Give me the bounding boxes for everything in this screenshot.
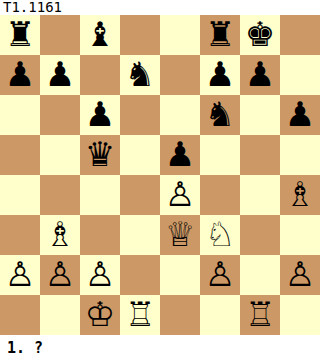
square-c2[interactable]: ♙ <box>80 255 120 295</box>
square-b8[interactable] <box>40 15 80 55</box>
piece-white-pawn[interactable]: ♙ <box>205 254 235 294</box>
square-d4[interactable] <box>120 175 160 215</box>
square-g1[interactable]: ♖ <box>240 295 280 335</box>
square-d5[interactable] <box>120 135 160 175</box>
square-h6[interactable]: ♟ <box>280 95 320 135</box>
square-b3[interactable]: ♗ <box>40 215 80 255</box>
square-d1[interactable]: ♖ <box>120 295 160 335</box>
square-c6[interactable]: ♟ <box>80 95 120 135</box>
square-e5[interactable]: ♟ <box>160 135 200 175</box>
piece-white-pawn[interactable]: ♙ <box>165 174 195 214</box>
piece-white-pawn[interactable]: ♙ <box>45 254 75 294</box>
piece-black-king[interactable]: ♚ <box>245 14 275 54</box>
square-e8[interactable] <box>160 15 200 55</box>
square-c8[interactable]: ♝ <box>80 15 120 55</box>
square-f7[interactable]: ♟ <box>200 55 240 95</box>
square-b4[interactable] <box>40 175 80 215</box>
piece-black-queen[interactable]: ♛ <box>85 134 115 174</box>
square-g6[interactable] <box>240 95 280 135</box>
square-g2[interactable] <box>240 255 280 295</box>
piece-white-pawn[interactable]: ♙ <box>85 254 115 294</box>
square-a7[interactable]: ♟ <box>0 55 40 95</box>
piece-white-bishop[interactable]: ♗ <box>285 174 315 214</box>
square-c1[interactable]: ♔ <box>80 295 120 335</box>
square-a1[interactable] <box>0 295 40 335</box>
square-f1[interactable] <box>200 295 240 335</box>
square-a3[interactable] <box>0 215 40 255</box>
square-e1[interactable] <box>160 295 200 335</box>
square-e6[interactable] <box>160 95 200 135</box>
square-e7[interactable] <box>160 55 200 95</box>
piece-black-rook[interactable]: ♜ <box>205 14 235 54</box>
square-f8[interactable]: ♜ <box>200 15 240 55</box>
piece-black-bishop[interactable]: ♝ <box>85 14 115 54</box>
square-h7[interactable] <box>280 55 320 95</box>
square-a5[interactable] <box>0 135 40 175</box>
square-f5[interactable] <box>200 135 240 175</box>
square-f4[interactable] <box>200 175 240 215</box>
square-f6[interactable]: ♞ <box>200 95 240 135</box>
square-a4[interactable] <box>0 175 40 215</box>
square-h5[interactable] <box>280 135 320 175</box>
square-b5[interactable] <box>40 135 80 175</box>
square-f3[interactable]: ♘ <box>200 215 240 255</box>
square-d6[interactable] <box>120 95 160 135</box>
square-g8[interactable]: ♚ <box>240 15 280 55</box>
piece-black-rook[interactable]: ♜ <box>5 14 35 54</box>
piece-white-pawn[interactable]: ♙ <box>5 254 35 294</box>
piece-black-pawn[interactable]: ♟ <box>285 94 315 134</box>
square-a6[interactable] <box>0 95 40 135</box>
piece-white-king[interactable]: ♔ <box>85 294 115 334</box>
square-d2[interactable] <box>120 255 160 295</box>
chess-board: ♜♝♜♚♟♟♞♟♟♟♞♟♛♟♙♗♗♕♘♙♙♙♙♙♔♖♖ <box>0 15 320 335</box>
piece-black-pawn[interactable]: ♟ <box>245 54 275 94</box>
square-c3[interactable] <box>80 215 120 255</box>
square-b1[interactable] <box>40 295 80 335</box>
square-g4[interactable] <box>240 175 280 215</box>
square-h4[interactable]: ♗ <box>280 175 320 215</box>
puzzle-title: T1.1161 <box>3 0 62 15</box>
piece-black-pawn[interactable]: ♟ <box>205 54 235 94</box>
square-c5[interactable]: ♛ <box>80 135 120 175</box>
piece-black-knight[interactable]: ♞ <box>125 54 155 94</box>
piece-black-pawn[interactable]: ♟ <box>165 134 195 174</box>
square-e3[interactable]: ♕ <box>160 215 200 255</box>
piece-black-pawn[interactable]: ♟ <box>85 94 115 134</box>
square-b2[interactable]: ♙ <box>40 255 80 295</box>
piece-black-pawn[interactable]: ♟ <box>5 54 35 94</box>
square-e4[interactable]: ♙ <box>160 175 200 215</box>
square-e2[interactable] <box>160 255 200 295</box>
square-b6[interactable] <box>40 95 80 135</box>
piece-black-knight[interactable]: ♞ <box>205 94 235 134</box>
square-a8[interactable]: ♜ <box>0 15 40 55</box>
square-c7[interactable] <box>80 55 120 95</box>
piece-white-knight[interactable]: ♘ <box>205 214 235 254</box>
square-g5[interactable] <box>240 135 280 175</box>
square-g3[interactable] <box>240 215 280 255</box>
piece-white-pawn[interactable]: ♙ <box>285 254 315 294</box>
piece-white-rook[interactable]: ♖ <box>125 294 155 334</box>
square-g7[interactable]: ♟ <box>240 55 280 95</box>
square-h8[interactable] <box>280 15 320 55</box>
square-h3[interactable] <box>280 215 320 255</box>
square-h2[interactable]: ♙ <box>280 255 320 295</box>
square-h1[interactable] <box>280 295 320 335</box>
square-a2[interactable]: ♙ <box>0 255 40 295</box>
piece-white-bishop[interactable]: ♗ <box>45 214 75 254</box>
square-d3[interactable] <box>120 215 160 255</box>
move-prompt: 1. ? <box>7 338 43 358</box>
square-f2[interactable]: ♙ <box>200 255 240 295</box>
square-b7[interactable]: ♟ <box>40 55 80 95</box>
piece-white-rook[interactable]: ♖ <box>245 294 275 334</box>
square-d8[interactable] <box>120 15 160 55</box>
piece-white-queen[interactable]: ♕ <box>165 214 195 254</box>
square-c4[interactable] <box>80 175 120 215</box>
square-d7[interactable]: ♞ <box>120 55 160 95</box>
piece-black-pawn[interactable]: ♟ <box>45 54 75 94</box>
